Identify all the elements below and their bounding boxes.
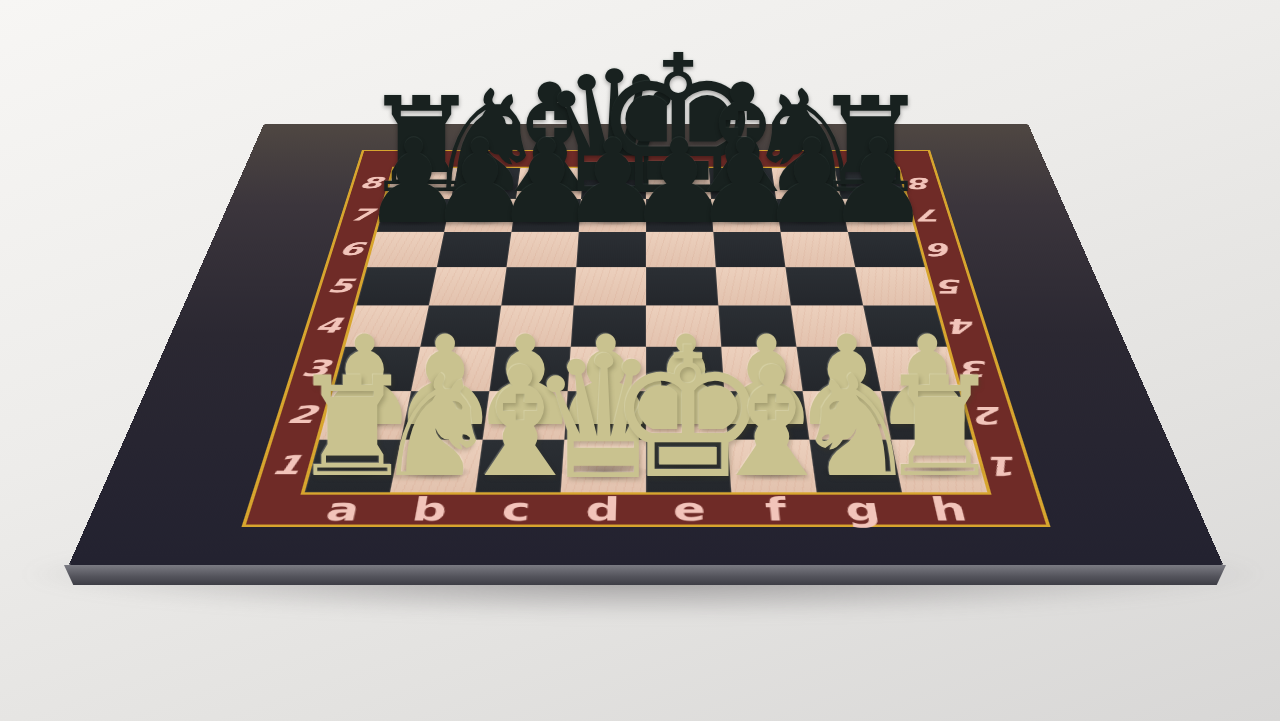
pieces-layer: ♜♞♝♛♚♝♞♜♟♟♟♟♟♟♟♟♟♟♟♟♟♟♟♟♜♞♝♛♚♝♞♜ [0, 0, 1280, 721]
pawn-glyph: ♟ [826, 124, 930, 240]
piece-white-rook-h1: ♜ [940, 472, 1064, 610]
chessboard-photo: abcdefgh1122334455667788 ♜♞♝♛♚♝♞♜♟♟♟♟♟♟♟… [0, 0, 1280, 721]
rook-glyph: ♜ [878, 359, 1002, 497]
